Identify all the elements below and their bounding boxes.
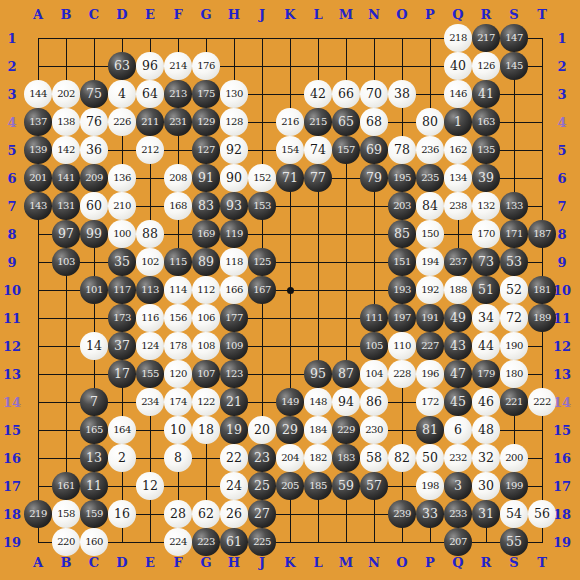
- white-stone-H5-move-92: 92: [220, 136, 248, 164]
- intersection-P18[interactable]: 33: [416, 500, 444, 528]
- intersection-O9[interactable]: 151: [388, 248, 416, 276]
- black-stone-S19-move-55: 55: [500, 528, 528, 556]
- black-stone-J18-move-27: 27: [248, 500, 276, 528]
- intersection-B8[interactable]: 97: [52, 220, 80, 248]
- intersection-J9[interactable]: 125: [248, 248, 276, 276]
- intersection-N11[interactable]: 111: [360, 304, 388, 332]
- intersection-C7[interactable]: 60: [80, 192, 108, 220]
- black-stone-G6-move-91: 91: [192, 164, 220, 192]
- intersection-H17[interactable]: 24: [220, 472, 248, 500]
- intersection-S12[interactable]: 190: [500, 332, 528, 360]
- intersection-D12[interactable]: 37: [108, 332, 136, 360]
- intersection-P17[interactable]: 198: [416, 472, 444, 500]
- intersection-E12[interactable]: 124: [136, 332, 164, 360]
- intersection-R9[interactable]: 73: [472, 248, 500, 276]
- intersection-S16[interactable]: 200: [500, 444, 528, 472]
- intersection-M4[interactable]: 65: [332, 108, 360, 136]
- intersection-P10[interactable]: 192: [416, 276, 444, 304]
- intersection-E3[interactable]: 64: [136, 80, 164, 108]
- intersection-R1[interactable]: 217: [472, 24, 500, 52]
- intersection-D13[interactable]: 17: [108, 360, 136, 388]
- black-stone-K6-move-71: 71: [276, 164, 304, 192]
- intersection-N6[interactable]: 79: [360, 164, 388, 192]
- intersection-G19[interactable]: 223: [192, 528, 220, 556]
- intersection-G12[interactable]: 108: [192, 332, 220, 360]
- black-stone-P18-move-33: 33: [416, 500, 444, 528]
- intersection-G2[interactable]: 176: [192, 52, 220, 80]
- intersection-H10[interactable]: 166: [220, 276, 248, 304]
- intersection-Q15[interactable]: 6: [444, 416, 472, 444]
- intersection-O5[interactable]: 78: [388, 136, 416, 164]
- intersection-R3[interactable]: 41: [472, 80, 500, 108]
- intersection-A7[interactable]: 143: [24, 192, 52, 220]
- intersection-S13[interactable]: 180: [500, 360, 528, 388]
- intersection-Q17[interactable]: 3: [444, 472, 472, 500]
- intersection-F16[interactable]: 8: [164, 444, 192, 472]
- intersection-P16[interactable]: 50: [416, 444, 444, 472]
- black-stone-O6-move-195: 195: [388, 164, 416, 192]
- intersection-M3[interactable]: 66: [332, 80, 360, 108]
- intersection-R11[interactable]: 34: [472, 304, 500, 332]
- row-label-2: 2: [1, 52, 23, 80]
- intersection-Q2[interactable]: 40: [444, 52, 472, 80]
- intersection-Q1[interactable]: 218: [444, 24, 472, 52]
- intersection-F14[interactable]: 174: [164, 388, 192, 416]
- intersection-G15[interactable]: 18: [192, 416, 220, 444]
- intersection-F13[interactable]: 120: [164, 360, 192, 388]
- intersection-H9[interactable]: 118: [220, 248, 248, 276]
- intersection-D9[interactable]: 35: [108, 248, 136, 276]
- intersection-C8[interactable]: 99: [80, 220, 108, 248]
- intersection-H16[interactable]: 22: [220, 444, 248, 472]
- intersection-S19[interactable]: 55: [500, 528, 528, 556]
- intersection-G13[interactable]: 107: [192, 360, 220, 388]
- white-stone-C19-move-160: 160: [80, 528, 108, 556]
- black-stone-S14-move-221: 221: [500, 388, 528, 416]
- white-stone-B5-move-142: 142: [52, 136, 80, 164]
- intersection-L15[interactable]: 184: [304, 416, 332, 444]
- intersection-O11[interactable]: 197: [388, 304, 416, 332]
- intersection-B17[interactable]: 161: [52, 472, 80, 500]
- row-label-10: 10: [1, 276, 23, 304]
- intersection-E8[interactable]: 88: [136, 220, 164, 248]
- intersection-E11[interactable]: 116: [136, 304, 164, 332]
- intersection-E4[interactable]: 211: [136, 108, 164, 136]
- intersection-R8[interactable]: 170: [472, 220, 500, 248]
- white-stone-R16-move-32: 32: [472, 444, 500, 472]
- intersection-N3[interactable]: 70: [360, 80, 388, 108]
- black-stone-H11-move-177: 177: [220, 304, 248, 332]
- white-stone-N4-move-68: 68: [360, 108, 388, 136]
- intersection-R12[interactable]: 44: [472, 332, 500, 360]
- intersection-S8[interactable]: 171: [500, 220, 528, 248]
- intersection-O12[interactable]: 110: [388, 332, 416, 360]
- intersection-S9[interactable]: 53: [500, 248, 528, 276]
- intersection-E9[interactable]: 102: [136, 248, 164, 276]
- intersection-D16[interactable]: 2: [108, 444, 136, 472]
- intersection-G11[interactable]: 106: [192, 304, 220, 332]
- intersection-H15[interactable]: 19: [220, 416, 248, 444]
- intersection-O7[interactable]: 203: [388, 192, 416, 220]
- intersection-E14[interactable]: 234: [136, 388, 164, 416]
- intersection-J6[interactable]: 152: [248, 164, 276, 192]
- intersection-G7[interactable]: 83: [192, 192, 220, 220]
- intersection-D15[interactable]: 164: [108, 416, 136, 444]
- black-stone-S17-move-199: 199: [500, 472, 528, 500]
- intersection-R18[interactable]: 31: [472, 500, 500, 528]
- intersection-B18[interactable]: 158: [52, 500, 80, 528]
- intersection-L17[interactable]: 185: [304, 472, 332, 500]
- intersection-C4[interactable]: 76: [80, 108, 108, 136]
- intersection-H11[interactable]: 177: [220, 304, 248, 332]
- black-stone-J10-move-167: 167: [248, 276, 276, 304]
- intersection-E10[interactable]: 113: [136, 276, 164, 304]
- intersection-G5[interactable]: 127: [192, 136, 220, 164]
- intersection-Q12[interactable]: 43: [444, 332, 472, 360]
- intersection-S10[interactable]: 52: [500, 276, 528, 304]
- intersection-R6[interactable]: 39: [472, 164, 500, 192]
- intersection-C19[interactable]: 160: [80, 528, 108, 556]
- intersection-C16[interactable]: 13: [80, 444, 108, 472]
- intersection-C12[interactable]: 14: [80, 332, 108, 360]
- intersection-N4[interactable]: 68: [360, 108, 388, 136]
- intersection-H6[interactable]: 90: [220, 164, 248, 192]
- intersection-B9[interactable]: 103: [52, 248, 80, 276]
- intersection-F12[interactable]: 178: [164, 332, 192, 360]
- intersection-B3[interactable]: 202: [52, 80, 80, 108]
- intersection-T8[interactable]: 187: [528, 220, 556, 248]
- intersection-F15[interactable]: 10: [164, 416, 192, 444]
- intersection-P13[interactable]: 196: [416, 360, 444, 388]
- intersection-E5[interactable]: 212: [136, 136, 164, 164]
- intersection-R7[interactable]: 132: [472, 192, 500, 220]
- intersection-Q11[interactable]: 49: [444, 304, 472, 332]
- intersection-A3[interactable]: 144: [24, 80, 52, 108]
- intersection-A5[interactable]: 139: [24, 136, 52, 164]
- intersection-A6[interactable]: 201: [24, 164, 52, 192]
- intersection-N17[interactable]: 57: [360, 472, 388, 500]
- black-stone-H13-move-123: 123: [220, 360, 248, 388]
- intersection-A18[interactable]: 219: [24, 500, 52, 528]
- white-stone-L3-move-42: 42: [304, 80, 332, 108]
- intersection-Q6[interactable]: 134: [444, 164, 472, 192]
- intersection-S14[interactable]: 221: [500, 388, 528, 416]
- intersection-N13[interactable]: 104: [360, 360, 388, 388]
- col-label-O: O: [388, 4, 416, 24]
- intersection-S18[interactable]: 54: [500, 500, 528, 528]
- intersection-M17[interactable]: 59: [332, 472, 360, 500]
- row-label-4: 4: [1, 108, 23, 136]
- white-stone-F12-move-178: 178: [164, 332, 192, 360]
- intersection-P11[interactable]: 191: [416, 304, 444, 332]
- black-stone-G9-move-89: 89: [192, 248, 220, 276]
- intersection-C14[interactable]: 7: [80, 388, 108, 416]
- intersection-C10[interactable]: 101: [80, 276, 108, 304]
- intersection-H12[interactable]: 109: [220, 332, 248, 360]
- intersection-K15[interactable]: 29: [276, 416, 304, 444]
- intersection-L3[interactable]: 42: [304, 80, 332, 108]
- black-stone-N11-move-111: 111: [360, 304, 388, 332]
- intersection-T11[interactable]: 189: [528, 304, 556, 332]
- intersection-M5[interactable]: 157: [332, 136, 360, 164]
- intersection-N15[interactable]: 230: [360, 416, 388, 444]
- intersection-L13[interactable]: 95: [304, 360, 332, 388]
- intersection-F18[interactable]: 28: [164, 500, 192, 528]
- intersection-B7[interactable]: 131: [52, 192, 80, 220]
- intersection-M13[interactable]: 87: [332, 360, 360, 388]
- intersection-F7[interactable]: 168: [164, 192, 192, 220]
- column-labels-top: ABCDEFGHJKLMNOPQRST: [24, 4, 556, 24]
- black-stone-H14-move-21: 21: [220, 388, 248, 416]
- intersection-T18[interactable]: 56: [528, 500, 556, 528]
- intersection-O18[interactable]: 239: [388, 500, 416, 528]
- white-stone-P14-move-172: 172: [416, 388, 444, 416]
- white-stone-N16-move-58: 58: [360, 444, 388, 472]
- black-stone-M4-move-65: 65: [332, 108, 360, 136]
- intersection-K16[interactable]: 204: [276, 444, 304, 472]
- white-stone-D3-move-4: 4: [108, 80, 136, 108]
- intersection-C15[interactable]: 165: [80, 416, 108, 444]
- intersection-L16[interactable]: 182: [304, 444, 332, 472]
- intersection-F3[interactable]: 213: [164, 80, 192, 108]
- black-stone-G7-move-83: 83: [192, 192, 220, 220]
- intersection-Q5[interactable]: 162: [444, 136, 472, 164]
- intersection-J15[interactable]: 20: [248, 416, 276, 444]
- intersection-S1[interactable]: 147: [500, 24, 528, 52]
- black-stone-T8-move-187: 187: [528, 220, 556, 248]
- intersection-L4[interactable]: 215: [304, 108, 332, 136]
- black-stone-B8-move-97: 97: [52, 220, 80, 248]
- white-stone-Q2-move-40: 40: [444, 52, 472, 80]
- intersection-E13[interactable]: 155: [136, 360, 164, 388]
- intersection-R16[interactable]: 32: [472, 444, 500, 472]
- intersection-F2[interactable]: 214: [164, 52, 192, 80]
- intersection-O8[interactable]: 85: [388, 220, 416, 248]
- intersection-G10[interactable]: 112: [192, 276, 220, 304]
- intersection-N14[interactable]: 86: [360, 388, 388, 416]
- intersection-D6[interactable]: 136: [108, 164, 136, 192]
- black-stone-N17-move-57: 57: [360, 472, 388, 500]
- intersection-P15[interactable]: 81: [416, 416, 444, 444]
- intersection-H18[interactable]: 26: [220, 500, 248, 528]
- intersection-P5[interactable]: 236: [416, 136, 444, 164]
- intersection-G8[interactable]: 169: [192, 220, 220, 248]
- black-stone-P12-move-227: 227: [416, 332, 444, 360]
- intersection-R13[interactable]: 179: [472, 360, 500, 388]
- intersection-L14[interactable]: 148: [304, 388, 332, 416]
- intersection-N5[interactable]: 69: [360, 136, 388, 164]
- intersection-G18[interactable]: 62: [192, 500, 220, 528]
- intersection-F10[interactable]: 114: [164, 276, 192, 304]
- black-stone-M17-move-59: 59: [332, 472, 360, 500]
- intersection-P8[interactable]: 150: [416, 220, 444, 248]
- white-stone-P16-move-50: 50: [416, 444, 444, 472]
- intersection-O10[interactable]: 193: [388, 276, 416, 304]
- intersection-C5[interactable]: 36: [80, 136, 108, 164]
- intersection-Q13[interactable]: 47: [444, 360, 472, 388]
- intersection-N16[interactable]: 58: [360, 444, 388, 472]
- intersection-P4[interactable]: 80: [416, 108, 444, 136]
- intersection-Q16[interactable]: 232: [444, 444, 472, 472]
- black-stone-H15-move-19: 19: [220, 416, 248, 444]
- intersection-H3[interactable]: 130: [220, 80, 248, 108]
- intersection-F6[interactable]: 208: [164, 164, 192, 192]
- intersection-Q18[interactable]: 233: [444, 500, 472, 528]
- col-label-H: H: [220, 4, 248, 24]
- black-stone-J16-move-23: 23: [248, 444, 276, 472]
- intersection-Q19[interactable]: 207: [444, 528, 472, 556]
- white-stone-E2-move-96: 96: [136, 52, 164, 80]
- intersection-R15[interactable]: 48: [472, 416, 500, 444]
- intersection-B4[interactable]: 138: [52, 108, 80, 136]
- white-stone-S10-move-52: 52: [500, 276, 528, 304]
- white-stone-K16-move-204: 204: [276, 444, 304, 472]
- intersection-Q10[interactable]: 188: [444, 276, 472, 304]
- intersection-P9[interactable]: 194: [416, 248, 444, 276]
- col-label-K: K: [276, 4, 304, 24]
- intersection-J18[interactable]: 27: [248, 500, 276, 528]
- black-stone-H7-move-93: 93: [220, 192, 248, 220]
- white-stone-J6-move-152: 152: [248, 164, 276, 192]
- intersection-R10[interactable]: 51: [472, 276, 500, 304]
- intersection-S2[interactable]: 145: [500, 52, 528, 80]
- intersection-O3[interactable]: 38: [388, 80, 416, 108]
- intersection-O13[interactable]: 228: [388, 360, 416, 388]
- intersection-K5[interactable]: 154: [276, 136, 304, 164]
- black-stone-Q4-move-1: 1: [444, 108, 472, 136]
- intersection-Q4[interactable]: 1: [444, 108, 472, 136]
- intersection-J10[interactable]: 167: [248, 276, 276, 304]
- intersection-K6[interactable]: 71: [276, 164, 304, 192]
- go-board[interactable]: 1371113171921232527293133353739414345474…: [24, 24, 556, 556]
- intersection-T10[interactable]: 181: [528, 276, 556, 304]
- intersection-J16[interactable]: 23: [248, 444, 276, 472]
- intersection-L6[interactable]: 77: [304, 164, 332, 192]
- intersection-M14[interactable]: 94: [332, 388, 360, 416]
- black-stone-D13-move-17: 17: [108, 360, 136, 388]
- intersection-Q14[interactable]: 45: [444, 388, 472, 416]
- intersection-Q3[interactable]: 146: [444, 80, 472, 108]
- intersection-P6[interactable]: 235: [416, 164, 444, 192]
- intersection-P14[interactable]: 172: [416, 388, 444, 416]
- black-stone-F4-move-231: 231: [164, 108, 192, 136]
- intersection-D18[interactable]: 16: [108, 500, 136, 528]
- intersection-D4[interactable]: 226: [108, 108, 136, 136]
- col-label-T: T: [528, 4, 556, 24]
- intersection-Q9[interactable]: 237: [444, 248, 472, 276]
- white-stone-M14-move-94: 94: [332, 388, 360, 416]
- intersection-B6[interactable]: 141: [52, 164, 80, 192]
- intersection-F11[interactable]: 156: [164, 304, 192, 332]
- intersection-G6[interactable]: 91: [192, 164, 220, 192]
- intersection-D8[interactable]: 100: [108, 220, 136, 248]
- intersection-K14[interactable]: 149: [276, 388, 304, 416]
- white-stone-H4-move-128: 128: [220, 108, 248, 136]
- intersection-H13[interactable]: 123: [220, 360, 248, 388]
- intersection-B5[interactable]: 142: [52, 136, 80, 164]
- intersection-K4[interactable]: 216: [276, 108, 304, 136]
- white-stone-P7-move-84: 84: [416, 192, 444, 220]
- white-stone-O13-move-228: 228: [388, 360, 416, 388]
- black-stone-O9-move-151: 151: [388, 248, 416, 276]
- intersection-J17[interactable]: 25: [248, 472, 276, 500]
- intersection-B19[interactable]: 220: [52, 528, 80, 556]
- intersection-D11[interactable]: 173: [108, 304, 136, 332]
- intersection-J19[interactable]: 225: [248, 528, 276, 556]
- intersection-H5[interactable]: 92: [220, 136, 248, 164]
- intersection-R2[interactable]: 126: [472, 52, 500, 80]
- intersection-F9[interactable]: 115: [164, 248, 192, 276]
- intersection-C6[interactable]: 209: [80, 164, 108, 192]
- intersection-F4[interactable]: 231: [164, 108, 192, 136]
- white-stone-H18-move-26: 26: [220, 500, 248, 528]
- intersection-O6[interactable]: 195: [388, 164, 416, 192]
- intersection-L5[interactable]: 74: [304, 136, 332, 164]
- intersection-D10[interactable]: 117: [108, 276, 136, 304]
- intersection-G4[interactable]: 129: [192, 108, 220, 136]
- intersection-F19[interactable]: 224: [164, 528, 192, 556]
- intersection-G3[interactable]: 175: [192, 80, 220, 108]
- intersection-H4[interactable]: 128: [220, 108, 248, 136]
- intersection-R5[interactable]: 135: [472, 136, 500, 164]
- intersection-Q7[interactable]: 238: [444, 192, 472, 220]
- intersection-A4[interactable]: 137: [24, 108, 52, 136]
- intersection-S7[interactable]: 133: [500, 192, 528, 220]
- intersection-D7[interactable]: 210: [108, 192, 136, 220]
- black-stone-K14-move-149: 149: [276, 388, 304, 416]
- intersection-G14[interactable]: 122: [192, 388, 220, 416]
- intersection-M15[interactable]: 229: [332, 416, 360, 444]
- intersection-H8[interactable]: 119: [220, 220, 248, 248]
- black-stone-Q14-move-45: 45: [444, 388, 472, 416]
- intersection-E2[interactable]: 96: [136, 52, 164, 80]
- intersection-C18[interactable]: 159: [80, 500, 108, 528]
- intersection-S17[interactable]: 199: [500, 472, 528, 500]
- intersection-D3[interactable]: 4: [108, 80, 136, 108]
- intersection-J7[interactable]: 153: [248, 192, 276, 220]
- intersection-H19[interactable]: 61: [220, 528, 248, 556]
- white-stone-F18-move-28: 28: [164, 500, 192, 528]
- intersection-R17[interactable]: 30: [472, 472, 500, 500]
- intersection-P12[interactable]: 227: [416, 332, 444, 360]
- intersection-C3[interactable]: 75: [80, 80, 108, 108]
- intersection-R4[interactable]: 163: [472, 108, 500, 136]
- intersection-S11[interactable]: 72: [500, 304, 528, 332]
- white-stone-D18-move-16: 16: [108, 500, 136, 528]
- intersection-H7[interactable]: 93: [220, 192, 248, 220]
- white-stone-K5-move-154: 154: [276, 136, 304, 164]
- white-stone-L5-move-74: 74: [304, 136, 332, 164]
- intersection-D2[interactable]: 63: [108, 52, 136, 80]
- intersection-T14[interactable]: 222: [528, 388, 556, 416]
- intersection-N12[interactable]: 105: [360, 332, 388, 360]
- black-stone-R1-move-217: 217: [472, 24, 500, 52]
- row-label-14: 14: [1, 388, 23, 416]
- black-stone-P11-move-191: 191: [416, 304, 444, 332]
- intersection-G9[interactable]: 89: [192, 248, 220, 276]
- intersection-M16[interactable]: 183: [332, 444, 360, 472]
- intersection-C17[interactable]: 11: [80, 472, 108, 500]
- intersection-R14[interactable]: 46: [472, 388, 500, 416]
- black-stone-S1-move-147: 147: [500, 24, 528, 52]
- intersection-P7[interactable]: 84: [416, 192, 444, 220]
- row-label-8: 8: [1, 220, 23, 248]
- intersection-K17[interactable]: 205: [276, 472, 304, 500]
- white-stone-C5-move-36: 36: [80, 136, 108, 164]
- intersection-O16[interactable]: 82: [388, 444, 416, 472]
- intersection-E17[interactable]: 12: [136, 472, 164, 500]
- intersection-H14[interactable]: 21: [220, 388, 248, 416]
